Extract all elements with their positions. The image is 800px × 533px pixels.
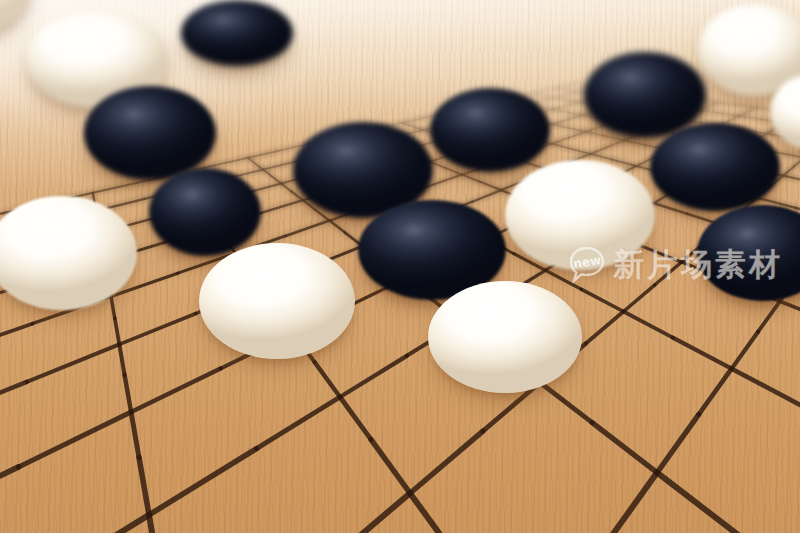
black-stone [584, 52, 706, 138]
black-stone [181, 0, 293, 66]
white-stone [199, 243, 355, 359]
white-stone [0, 196, 137, 310]
black-stone [697, 205, 800, 301]
white-stone [428, 281, 582, 393]
black-stone [84, 86, 216, 180]
black-stone [430, 88, 550, 172]
white-stone [505, 160, 655, 270]
white-stone [0, 0, 32, 34]
stones-layer [0, 0, 800, 533]
go-board-photo: new 新片场素材 [0, 0, 800, 533]
black-stone [149, 168, 261, 256]
black-stone [650, 123, 780, 211]
